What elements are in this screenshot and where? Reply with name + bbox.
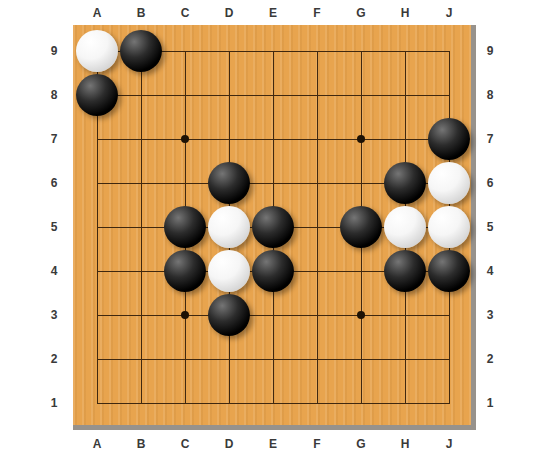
coord-label-right-9: 9 xyxy=(487,45,494,57)
intersection-h1[interactable] xyxy=(383,381,427,425)
stone-black-j4 xyxy=(428,250,470,292)
intersection-f4[interactable] xyxy=(295,249,339,293)
coord-label-left-6: 6 xyxy=(51,177,58,189)
intersection-b2[interactable] xyxy=(119,337,163,381)
intersection-g6[interactable] xyxy=(339,161,383,205)
coord-label-bottom-b: B xyxy=(137,438,146,450)
coord-label-top-d: D xyxy=(225,7,234,19)
stone-black-e4 xyxy=(252,250,294,292)
intersection-b6[interactable] xyxy=(119,161,163,205)
intersection-c2[interactable] xyxy=(163,337,207,381)
intersection-a3[interactable] xyxy=(75,293,119,337)
stone-white-h5 xyxy=(384,206,426,248)
intersection-f3[interactable] xyxy=(295,293,339,337)
stone-black-a8 xyxy=(76,74,118,116)
intersection-c8[interactable] xyxy=(163,73,207,117)
coord-label-left-5: 5 xyxy=(51,221,58,233)
coord-label-right-3: 3 xyxy=(487,309,494,321)
intersection-h6[interactable] xyxy=(383,161,427,205)
coord-label-right-5: 5 xyxy=(487,221,494,233)
intersection-d5[interactable] xyxy=(207,205,251,249)
go-diagram: ABCDEFGHJ ABCDEFGHJ 987654321 987654321 xyxy=(0,0,550,458)
intersection-h5[interactable] xyxy=(383,205,427,249)
intersection-f7[interactable] xyxy=(295,117,339,161)
stone-white-j6 xyxy=(428,162,470,204)
intersection-j4[interactable] xyxy=(427,249,471,293)
intersection-e1[interactable] xyxy=(251,381,295,425)
coord-label-left-3: 3 xyxy=(51,309,58,321)
coord-label-bottom-f: F xyxy=(313,438,320,450)
intersection-c6[interactable] xyxy=(163,161,207,205)
stone-black-b9 xyxy=(120,30,162,72)
coord-label-right-8: 8 xyxy=(487,89,494,101)
coord-label-left-2: 2 xyxy=(51,353,58,365)
intersection-e7[interactable] xyxy=(251,117,295,161)
stone-black-c5 xyxy=(164,206,206,248)
coord-label-right-6: 6 xyxy=(487,177,494,189)
coord-label-right-1: 1 xyxy=(487,397,494,409)
stone-black-d3 xyxy=(208,294,250,336)
intersection-c5[interactable] xyxy=(163,205,207,249)
stone-black-h6 xyxy=(384,162,426,204)
intersection-j3[interactable] xyxy=(427,293,471,337)
intersection-e4[interactable] xyxy=(251,249,295,293)
coord-label-right-2: 2 xyxy=(487,353,494,365)
stone-white-d4 xyxy=(208,250,250,292)
intersection-c1[interactable] xyxy=(163,381,207,425)
intersection-a7[interactable] xyxy=(75,117,119,161)
intersection-a6[interactable] xyxy=(75,161,119,205)
intersection-c9[interactable] xyxy=(163,29,207,73)
coord-label-right-4: 4 xyxy=(487,265,494,277)
intersection-a5[interactable] xyxy=(75,205,119,249)
coord-label-bottom-a: A xyxy=(93,438,102,450)
stone-white-j5 xyxy=(428,206,470,248)
coord-label-top-a: A xyxy=(93,7,102,19)
intersection-j5[interactable] xyxy=(427,205,471,249)
intersection-g3[interactable] xyxy=(339,293,383,337)
intersection-g7[interactable] xyxy=(339,117,383,161)
intersection-c3[interactable] xyxy=(163,293,207,337)
intersection-e2[interactable] xyxy=(251,337,295,381)
intersection-f9[interactable] xyxy=(295,29,339,73)
coord-label-bottom-g: G xyxy=(356,438,365,450)
intersection-j1[interactable] xyxy=(427,381,471,425)
intersection-g2[interactable] xyxy=(339,337,383,381)
board-intersections xyxy=(75,29,471,425)
intersection-b3[interactable] xyxy=(119,293,163,337)
stone-black-h4 xyxy=(384,250,426,292)
coord-label-bottom-c: C xyxy=(181,438,190,450)
coord-label-top-h: H xyxy=(401,7,410,19)
intersection-b8[interactable] xyxy=(119,73,163,117)
intersection-b7[interactable] xyxy=(119,117,163,161)
intersection-g5[interactable] xyxy=(339,205,383,249)
intersection-j6[interactable] xyxy=(427,161,471,205)
intersection-h2[interactable] xyxy=(383,337,427,381)
intersection-h4[interactable] xyxy=(383,249,427,293)
intersection-j7[interactable] xyxy=(427,117,471,161)
intersection-d3[interactable] xyxy=(207,293,251,337)
intersection-d9[interactable] xyxy=(207,29,251,73)
coord-label-top-f: F xyxy=(313,7,320,19)
intersection-h9[interactable] xyxy=(383,29,427,73)
intersection-d7[interactable] xyxy=(207,117,251,161)
coord-label-left-1: 1 xyxy=(51,397,58,409)
intersection-c7[interactable] xyxy=(163,117,207,161)
go-board[interactable] xyxy=(73,25,476,430)
intersection-d2[interactable] xyxy=(207,337,251,381)
coord-label-top-j: J xyxy=(446,7,453,19)
intersection-f6[interactable] xyxy=(295,161,339,205)
intersection-e5[interactable] xyxy=(251,205,295,249)
intersection-j8[interactable] xyxy=(427,73,471,117)
star-point-c3 xyxy=(181,311,189,319)
intersection-a4[interactable] xyxy=(75,249,119,293)
coord-label-bottom-h: H xyxy=(401,438,410,450)
intersection-b5[interactable] xyxy=(119,205,163,249)
intersection-h3[interactable] xyxy=(383,293,427,337)
intersection-e3[interactable] xyxy=(251,293,295,337)
coord-label-right-7: 7 xyxy=(487,133,494,145)
stone-black-g5 xyxy=(340,206,382,248)
intersection-b4[interactable] xyxy=(119,249,163,293)
intersection-e8[interactable] xyxy=(251,73,295,117)
intersection-b9[interactable] xyxy=(119,29,163,73)
intersection-g8[interactable] xyxy=(339,73,383,117)
coord-label-left-8: 8 xyxy=(51,89,58,101)
intersection-g1[interactable] xyxy=(339,381,383,425)
intersection-e9[interactable] xyxy=(251,29,295,73)
intersection-d6[interactable] xyxy=(207,161,251,205)
coord-label-top-c: C xyxy=(181,7,190,19)
intersection-f5[interactable] xyxy=(295,205,339,249)
stone-black-e5 xyxy=(252,206,294,248)
intersection-e6[interactable] xyxy=(251,161,295,205)
intersection-h7[interactable] xyxy=(383,117,427,161)
intersection-d4[interactable] xyxy=(207,249,251,293)
stone-white-a9 xyxy=(76,30,118,72)
coord-label-bottom-e: E xyxy=(269,438,277,450)
coord-label-top-e: E xyxy=(269,7,277,19)
coord-label-top-b: B xyxy=(137,7,146,19)
intersection-j9[interactable] xyxy=(427,29,471,73)
star-point-g7 xyxy=(357,135,365,143)
coord-label-left-4: 4 xyxy=(51,265,58,277)
intersection-d8[interactable] xyxy=(207,73,251,117)
coord-label-bottom-d: D xyxy=(225,438,234,450)
star-point-c7 xyxy=(181,135,189,143)
stone-black-c4 xyxy=(164,250,206,292)
coord-label-top-g: G xyxy=(356,7,365,19)
intersection-d1[interactable] xyxy=(207,381,251,425)
coord-label-bottom-j: J xyxy=(446,438,453,450)
intersection-f2[interactable] xyxy=(295,337,339,381)
intersection-a9[interactable] xyxy=(75,29,119,73)
intersection-f8[interactable] xyxy=(295,73,339,117)
intersection-a2[interactable] xyxy=(75,337,119,381)
intersection-h8[interactable] xyxy=(383,73,427,117)
stone-black-d6 xyxy=(208,162,250,204)
stone-black-j7 xyxy=(428,118,470,160)
intersection-a1[interactable] xyxy=(75,381,119,425)
star-point-g3 xyxy=(357,311,365,319)
intersection-f1[interactable] xyxy=(295,381,339,425)
intersection-g9[interactable] xyxy=(339,29,383,73)
intersection-g4[interactable] xyxy=(339,249,383,293)
intersection-a8[interactable] xyxy=(75,73,119,117)
intersection-j2[interactable] xyxy=(427,337,471,381)
intersection-b1[interactable] xyxy=(119,381,163,425)
coord-label-left-9: 9 xyxy=(51,45,58,57)
intersection-c4[interactable] xyxy=(163,249,207,293)
coord-label-left-7: 7 xyxy=(51,133,58,145)
stone-white-d5 xyxy=(208,206,250,248)
